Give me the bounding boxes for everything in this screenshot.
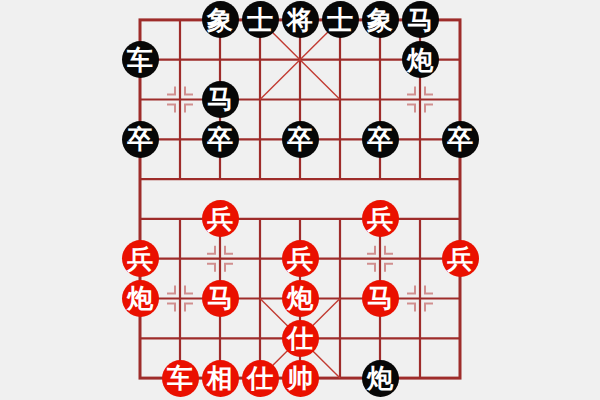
- piece-black-elephant[interactable]: 象: [202, 1, 239, 38]
- piece-black-cannon[interactable]: 炮: [362, 360, 399, 397]
- piece-black-king[interactable]: 将: [282, 1, 319, 38]
- intersection-c2-r5[interactable]: 兵: [200, 199, 240, 239]
- piece-red-elephant[interactable]: 相: [202, 360, 239, 397]
- piece-black-rook[interactable]: 车: [122, 41, 159, 78]
- intersection-c4-r5[interactable]: [280, 199, 320, 239]
- intersection-c6-r8[interactable]: [360, 318, 400, 358]
- piece-black-pawn[interactable]: 卒: [202, 121, 239, 158]
- intersection-c5-r8[interactable]: [320, 318, 360, 358]
- intersection-c4-r7[interactable]: 炮: [280, 279, 320, 319]
- piece-black-elephant[interactable]: 象: [362, 1, 399, 38]
- intersection-c8-r8[interactable]: [440, 318, 480, 358]
- intersection-c8-r3[interactable]: 卒: [440, 119, 480, 159]
- intersection-c1-r2[interactable]: [160, 80, 200, 120]
- intersection-c6-r3[interactable]: 卒: [360, 119, 400, 159]
- piece-black-pawn[interactable]: 卒: [122, 121, 159, 158]
- intersection-c7-r2[interactable]: [400, 80, 440, 120]
- intersection-c6-r4[interactable]: [360, 159, 400, 199]
- intersection-c1-r8[interactable]: [160, 318, 200, 358]
- intersection-c4-r9[interactable]: 帅: [280, 358, 320, 398]
- intersection-c0-r8[interactable]: [120, 318, 160, 358]
- intersection-c8-r6[interactable]: 兵: [440, 239, 480, 279]
- piece-black-horse[interactable]: 马: [402, 1, 439, 38]
- intersection-c1-r9[interactable]: 车: [160, 358, 200, 398]
- piece-black-advisor[interactable]: 士: [322, 1, 359, 38]
- intersection-c5-r7[interactable]: [320, 279, 360, 319]
- piece-black-pawn[interactable]: 卒: [362, 121, 399, 158]
- board-grid: 象士将士象马车炮马卒卒卒卒卒兵兵兵兵兵炮马炮马仕车相仕帅炮: [120, 0, 480, 398]
- intersection-c5-r3[interactable]: [320, 119, 360, 159]
- intersection-c6-r9[interactable]: 炮: [360, 358, 400, 398]
- intersection-c8-r2[interactable]: [440, 80, 480, 120]
- intersection-c1-r1[interactable]: [160, 40, 200, 80]
- intersection-c4-r0[interactable]: 将: [280, 0, 320, 40]
- intersection-c0-r2[interactable]: [120, 80, 160, 120]
- intersection-c4-r6[interactable]: 兵: [280, 239, 320, 279]
- intersection-c4-r3[interactable]: 卒: [280, 119, 320, 159]
- intersection-c2-r0[interactable]: 象: [200, 0, 240, 40]
- intersection-c7-r7[interactable]: [400, 279, 440, 319]
- intersection-c3-r7[interactable]: [240, 279, 280, 319]
- piece-red-pawn[interactable]: 兵: [442, 240, 479, 277]
- intersection-c1-r6[interactable]: [160, 239, 200, 279]
- intersection-c5-r4[interactable]: [320, 159, 360, 199]
- intersection-c7-r6[interactable]: [400, 239, 440, 279]
- intersection-c2-r7[interactable]: 马: [200, 279, 240, 319]
- intersection-c6-r6[interactable]: [360, 239, 400, 279]
- piece-black-horse[interactable]: 马: [202, 81, 239, 118]
- intersection-c8-r7[interactable]: [440, 279, 480, 319]
- intersection-c2-r3[interactable]: 卒: [200, 119, 240, 159]
- intersection-c6-r0[interactable]: 象: [360, 0, 400, 40]
- intersection-c3-r2[interactable]: [240, 80, 280, 120]
- piece-red-advisor[interactable]: 仕: [282, 320, 319, 357]
- piece-red-cannon[interactable]: 炮: [282, 280, 319, 317]
- intersection-c4-r1[interactable]: [280, 40, 320, 80]
- intersection-c2-r2[interactable]: 马: [200, 80, 240, 120]
- intersection-c3-r5[interactable]: [240, 199, 280, 239]
- intersection-c2-r9[interactable]: 相: [200, 358, 240, 398]
- piece-red-horse[interactable]: 马: [362, 280, 399, 317]
- intersection-c7-r5[interactable]: [400, 199, 440, 239]
- intersection-c6-r1[interactable]: [360, 40, 400, 80]
- piece-black-pawn[interactable]: 卒: [282, 121, 319, 158]
- intersection-c4-r8[interactable]: 仕: [280, 318, 320, 358]
- piece-red-pawn[interactable]: 兵: [122, 240, 159, 277]
- intersection-c1-r0[interactable]: [160, 0, 200, 40]
- intersection-c3-r0[interactable]: 士: [240, 0, 280, 40]
- intersection-c0-r3[interactable]: 卒: [120, 119, 160, 159]
- intersection-c0-r0[interactable]: [120, 0, 160, 40]
- intersection-c5-r2[interactable]: [320, 80, 360, 120]
- piece-red-advisor[interactable]: 仕: [242, 360, 279, 397]
- intersection-c7-r0[interactable]: 马: [400, 0, 440, 40]
- intersection-c4-r2[interactable]: [280, 80, 320, 120]
- intersection-c2-r6[interactable]: [200, 239, 240, 279]
- intersection-c0-r6[interactable]: 兵: [120, 239, 160, 279]
- piece-red-king[interactable]: 帅: [282, 360, 319, 397]
- intersection-c7-r1[interactable]: 炮: [400, 40, 440, 80]
- piece-black-advisor[interactable]: 士: [242, 1, 279, 38]
- piece-red-pawn[interactable]: 兵: [202, 200, 239, 237]
- piece-red-rook[interactable]: 车: [162, 360, 199, 397]
- intersection-c8-r0[interactable]: [440, 0, 480, 40]
- piece-black-pawn[interactable]: 卒: [442, 121, 479, 158]
- intersection-c2-r4[interactable]: [200, 159, 240, 199]
- intersection-c2-r8[interactable]: [200, 318, 240, 358]
- piece-red-cannon[interactable]: 炮: [122, 280, 159, 317]
- intersection-c5-r0[interactable]: 士: [320, 0, 360, 40]
- intersection-c6-r2[interactable]: [360, 80, 400, 120]
- intersection-c5-r9[interactable]: [320, 358, 360, 398]
- intersection-c1-r7[interactable]: [160, 279, 200, 319]
- intersection-c1-r5[interactable]: [160, 199, 200, 239]
- intersection-c8-r9[interactable]: [440, 358, 480, 398]
- intersection-c7-r4[interactable]: [400, 159, 440, 199]
- intersection-c7-r9[interactable]: [400, 358, 440, 398]
- intersection-c8-r1[interactable]: [440, 40, 480, 80]
- intersection-c3-r8[interactable]: [240, 318, 280, 358]
- intersection-c1-r4[interactable]: [160, 159, 200, 199]
- intersection-c4-r4[interactable]: [280, 159, 320, 199]
- piece-black-cannon[interactable]: 炮: [402, 41, 439, 78]
- piece-red-pawn[interactable]: 兵: [282, 240, 319, 277]
- intersection-c0-r9[interactable]: [120, 358, 160, 398]
- piece-red-pawn[interactable]: 兵: [362, 200, 399, 237]
- intersection-c3-r1[interactable]: [240, 40, 280, 80]
- intersection-c5-r1[interactable]: [320, 40, 360, 80]
- intersection-c1-r3[interactable]: [160, 119, 200, 159]
- intersection-c0-r7[interactable]: 炮: [120, 279, 160, 319]
- intersection-c3-r4[interactable]: [240, 159, 280, 199]
- intersection-c3-r6[interactable]: [240, 239, 280, 279]
- intersection-c7-r8[interactable]: [400, 318, 440, 358]
- intersection-c2-r1[interactable]: [200, 40, 240, 80]
- intersection-c3-r3[interactable]: [240, 119, 280, 159]
- intersection-c0-r4[interactable]: [120, 159, 160, 199]
- intersection-c8-r4[interactable]: [440, 159, 480, 199]
- xiangqi-board: 象士将士象马车炮马卒卒卒卒卒兵兵兵兵兵炮马炮马仕车相仕帅炮: [0, 0, 600, 400]
- intersection-c6-r5[interactable]: 兵: [360, 199, 400, 239]
- intersection-c6-r7[interactable]: 马: [360, 279, 400, 319]
- piece-red-horse[interactable]: 马: [202, 280, 239, 317]
- intersection-c5-r5[interactable]: [320, 199, 360, 239]
- intersection-c0-r5[interactable]: [120, 199, 160, 239]
- intersection-c0-r1[interactable]: 车: [120, 40, 160, 80]
- intersection-c5-r6[interactable]: [320, 239, 360, 279]
- intersection-c8-r5[interactable]: [440, 199, 480, 239]
- intersection-c3-r9[interactable]: 仕: [240, 358, 280, 398]
- intersection-c7-r3[interactable]: [400, 119, 440, 159]
